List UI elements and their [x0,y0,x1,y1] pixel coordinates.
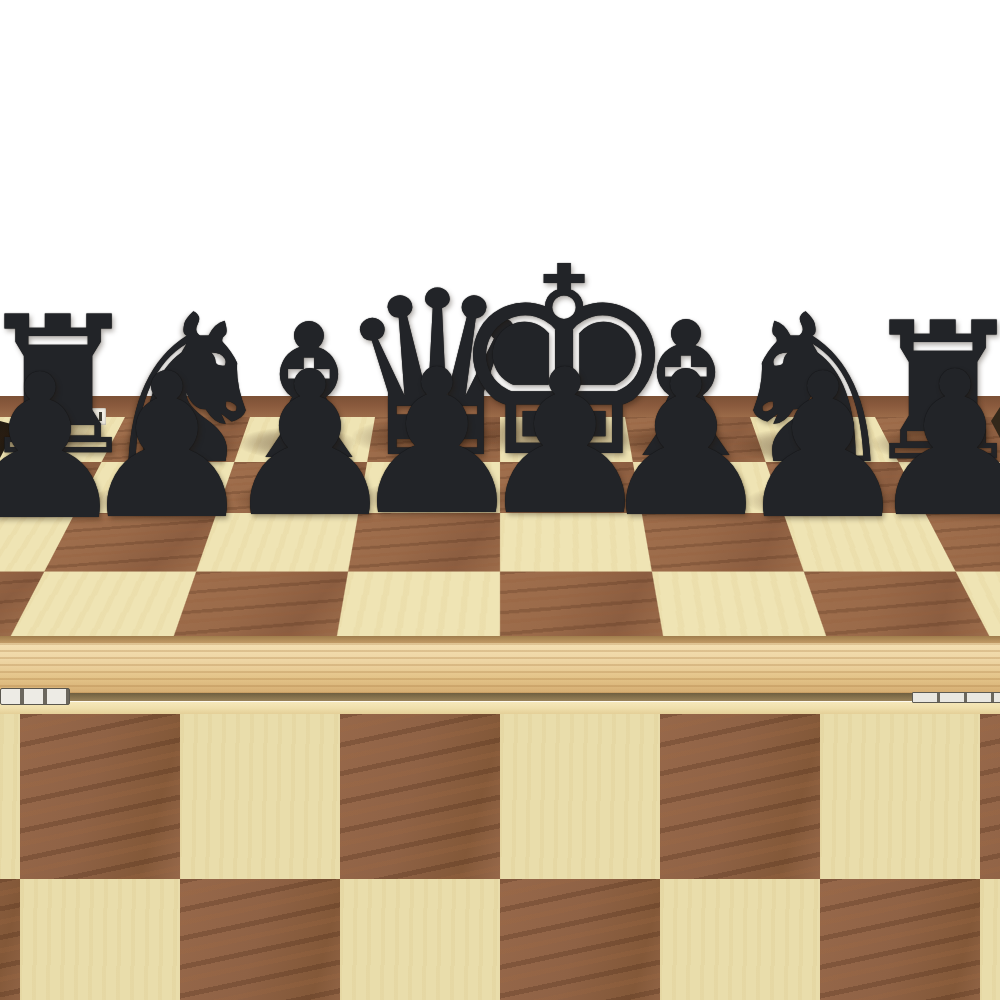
front-face-checker-grid [0,714,1000,1000]
front-face-square-r1-c4 [500,879,660,1000]
front-face-square-r1-c1 [20,879,180,1000]
front-face-square-r0-c3 [340,714,500,879]
front-face-square-r0-c5 [660,714,820,879]
folded-half-front-face [0,714,1000,1000]
front-face-square-r0-c1 [20,714,180,879]
square-f5 [652,572,827,639]
square-c5 [173,572,348,639]
left-hinge [0,688,70,705]
board-front-edge-line [0,636,1000,643]
front-face-square-r0-c0 [0,714,20,879]
right-hinge [912,692,1000,703]
front-face-square-r1-c0 [0,879,20,1000]
front-face-square-r0-c6 [820,714,980,879]
front-face-square-r0-c2 [180,714,340,879]
board-side-edge-wood [0,643,1000,693]
front-face-top-edge [0,701,1000,714]
front-face-square-r0-c7 [980,714,1000,879]
front-face-square-r1-c2 [180,879,340,1000]
chess-set-photo: ♜♞♝♛♚♝♞♜♟♟♟♟♟♟♟♟ [0,0,1000,1000]
front-face-square-r1-c5 [660,879,820,1000]
piece-black-pawn-h7[interactable]: ♟ [865,345,1000,545]
front-face-square-r1-c6 [820,879,980,1000]
square-d5 [336,572,500,639]
front-face-square-r0-c4 [500,714,660,879]
square-e5 [500,572,664,639]
front-face-square-r1-c3 [340,879,500,1000]
fold-seam [0,693,1000,701]
front-face-square-r1-c7 [980,879,1000,1000]
